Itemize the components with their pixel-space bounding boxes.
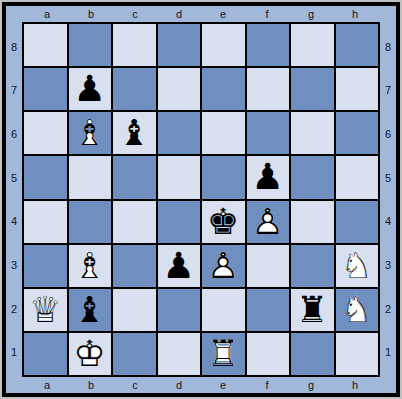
square-g8[interactable] (291, 24, 334, 66)
black-piece-glyph: ♟ (159, 246, 199, 286)
rank-label-6: 6 (6, 113, 22, 155)
black-rook: ♜ (292, 290, 332, 330)
square-a4[interactable] (24, 201, 67, 243)
square-c3[interactable] (113, 245, 156, 287)
square-g5[interactable] (291, 156, 334, 198)
white-knight: ♞♘ (337, 290, 377, 330)
rank-label-4: 4 (6, 201, 22, 243)
square-a7[interactable] (24, 68, 67, 110)
rank-label-3: 3 (6, 244, 22, 286)
square-d4[interactable] (158, 201, 201, 243)
white-queen: ♛♕ (25, 290, 65, 330)
file-label-e: e (202, 377, 244, 393)
square-e3[interactable]: ♟♙ (202, 245, 245, 287)
white-piece-outline-glyph: ♘ (337, 290, 377, 330)
black-piece-glyph: ♝ (70, 290, 110, 330)
square-b8[interactable] (69, 24, 112, 66)
chess-window: abcdefgh 87654321 ♟♝♗♝♟♚♟♙♝♗♟♟♙♞♘♛♕♝♜♞♘♚… (0, 0, 402, 399)
file-label-d: d (158, 6, 200, 22)
black-piece-glyph: ♟ (70, 69, 110, 109)
square-a5[interactable] (24, 156, 67, 198)
file-labels-top: abcdefgh (22, 6, 380, 22)
square-e7[interactable] (202, 68, 245, 110)
board-frame: abcdefgh 87654321 ♟♝♗♝♟♚♟♙♝♗♟♟♙♞♘♛♕♝♜♞♘♚… (2, 2, 400, 397)
square-h8[interactable] (336, 24, 379, 66)
white-king: ♚♔ (70, 334, 110, 374)
rank-label-4: 4 (380, 201, 396, 243)
square-c2[interactable] (113, 289, 156, 331)
white-piece-fill-glyph: ♟ (203, 246, 243, 286)
file-label-c: c (114, 6, 156, 22)
square-h6[interactable] (336, 112, 379, 154)
square-c8[interactable] (113, 24, 156, 66)
square-e8[interactable] (202, 24, 245, 66)
square-a3[interactable] (24, 245, 67, 287)
white-pawn: ♟♙ (203, 246, 243, 286)
black-bishop: ♝ (114, 113, 154, 153)
black-pawn: ♟ (70, 69, 110, 109)
square-d6[interactable] (158, 112, 201, 154)
square-h4[interactable] (336, 201, 379, 243)
rank-label-2: 2 (6, 288, 22, 330)
square-d5[interactable] (158, 156, 201, 198)
square-g3[interactable] (291, 245, 334, 287)
square-h7[interactable] (336, 68, 379, 110)
file-label-b: b (70, 377, 112, 393)
square-f1[interactable] (247, 333, 290, 375)
square-f4[interactable]: ♟♙ (247, 201, 290, 243)
square-g7[interactable] (291, 68, 334, 110)
square-c7[interactable] (113, 68, 156, 110)
rank-label-8: 8 (6, 26, 22, 68)
file-label-c: c (114, 377, 156, 393)
white-piece-fill-glyph: ♝ (70, 246, 110, 286)
square-d3[interactable]: ♟ (158, 245, 201, 287)
corner-top-left (6, 6, 22, 22)
white-bishop: ♝♗ (70, 246, 110, 286)
rank-label-5: 5 (6, 157, 22, 199)
file-label-a: a (26, 377, 68, 393)
file-label-f: f (246, 377, 288, 393)
white-piece-outline-glyph: ♘ (337, 246, 377, 286)
rank-labels-left: 87654321 (6, 22, 22, 377)
square-g2[interactable]: ♜ (291, 289, 334, 331)
square-g6[interactable] (291, 112, 334, 154)
white-piece-outline-glyph: ♙ (203, 246, 243, 286)
file-label-d: d (158, 377, 200, 393)
white-piece-outline-glyph: ♕ (25, 290, 65, 330)
black-pawn: ♟ (248, 157, 288, 197)
white-bishop: ♝♗ (70, 113, 110, 153)
square-b7[interactable]: ♟ (69, 68, 112, 110)
square-f6[interactable] (247, 112, 290, 154)
rank-label-8: 8 (380, 26, 396, 68)
white-piece-fill-glyph: ♛ (25, 290, 65, 330)
square-f3[interactable] (247, 245, 290, 287)
square-a1[interactable] (24, 333, 67, 375)
square-e6[interactable] (202, 112, 245, 154)
square-f8[interactable] (247, 24, 290, 66)
square-b2[interactable]: ♝ (69, 289, 112, 331)
square-h2[interactable]: ♞♘ (336, 289, 379, 331)
black-piece-glyph: ♜ (292, 290, 332, 330)
square-d2[interactable] (158, 289, 201, 331)
white-piece-outline-glyph: ♖ (203, 334, 243, 374)
file-label-g: g (290, 6, 332, 22)
black-piece-glyph: ♟ (248, 157, 288, 197)
corner-top-right (380, 6, 396, 22)
black-piece-glyph: ♚ (203, 202, 243, 242)
corner-bottom-left (6, 377, 22, 393)
square-h3[interactable]: ♞♘ (336, 245, 379, 287)
square-b4[interactable] (69, 201, 112, 243)
square-h1[interactable] (336, 333, 379, 375)
rank-labels-right: 87654321 (380, 22, 396, 377)
white-piece-fill-glyph: ♞ (337, 290, 377, 330)
file-labels-bottom: abcdefgh (22, 377, 380, 393)
file-label-b: b (70, 6, 112, 22)
white-piece-outline-glyph: ♗ (70, 113, 110, 153)
rank-label-7: 7 (6, 70, 22, 112)
white-knight: ♞♘ (337, 246, 377, 286)
white-piece-outline-glyph: ♔ (70, 334, 110, 374)
square-d7[interactable] (158, 68, 201, 110)
white-piece-fill-glyph: ♜ (203, 334, 243, 374)
white-rook: ♜♖ (203, 334, 243, 374)
rank-label-1: 1 (380, 331, 396, 373)
rank-label-5: 5 (380, 157, 396, 199)
rank-label-7: 7 (380, 70, 396, 112)
square-e5[interactable] (202, 156, 245, 198)
file-label-g: g (290, 377, 332, 393)
square-c1[interactable] (113, 333, 156, 375)
white-piece-fill-glyph: ♟ (248, 202, 288, 242)
file-label-h: h (334, 6, 376, 22)
file-label-h: h (334, 377, 376, 393)
square-b3[interactable]: ♝♗ (69, 245, 112, 287)
white-piece-outline-glyph: ♗ (70, 246, 110, 286)
square-a8[interactable] (24, 24, 67, 66)
black-king: ♚ (203, 202, 243, 242)
square-a2[interactable]: ♛♕ (24, 289, 67, 331)
square-d8[interactable] (158, 24, 201, 66)
rank-label-1: 1 (6, 331, 22, 373)
black-bishop: ♝ (70, 290, 110, 330)
square-g4[interactable] (291, 201, 334, 243)
white-piece-fill-glyph: ♝ (70, 113, 110, 153)
white-piece-fill-glyph: ♞ (337, 246, 377, 286)
white-piece-fill-glyph: ♚ (70, 334, 110, 374)
square-c5[interactable] (113, 156, 156, 198)
corner-bottom-right (380, 377, 396, 393)
square-a6[interactable] (24, 112, 67, 154)
square-f5[interactable]: ♟ (247, 156, 290, 198)
white-pawn: ♟♙ (248, 202, 288, 242)
square-f7[interactable] (247, 68, 290, 110)
square-e2[interactable] (202, 289, 245, 331)
square-c6[interactable]: ♝ (113, 112, 156, 154)
square-b5[interactable] (69, 156, 112, 198)
square-f2[interactable] (247, 289, 290, 331)
square-h5[interactable] (336, 156, 379, 198)
square-b6[interactable]: ♝♗ (69, 112, 112, 154)
file-label-f: f (246, 6, 288, 22)
square-g1[interactable] (291, 333, 334, 375)
rank-label-6: 6 (380, 113, 396, 155)
black-piece-glyph: ♝ (114, 113, 154, 153)
square-e1[interactable]: ♜♖ (202, 333, 245, 375)
file-label-e: e (202, 6, 244, 22)
board-margin: abcdefgh 87654321 ♟♝♗♝♟♚♟♙♝♗♟♟♙♞♘♛♕♝♜♞♘♚… (6, 6, 396, 393)
square-d1[interactable] (158, 333, 201, 375)
rank-label-2: 2 (380, 288, 396, 330)
black-pawn: ♟ (159, 246, 199, 286)
square-e4[interactable]: ♚ (202, 201, 245, 243)
rank-label-3: 3 (380, 244, 396, 286)
chess-board: ♟♝♗♝♟♚♟♙♝♗♟♟♙♞♘♛♕♝♜♞♘♚♔♜♖ (22, 22, 380, 377)
file-label-a: a (26, 6, 68, 22)
square-b1[interactable]: ♚♔ (69, 333, 112, 375)
white-piece-outline-glyph: ♙ (248, 202, 288, 242)
square-c4[interactable] (113, 201, 156, 243)
